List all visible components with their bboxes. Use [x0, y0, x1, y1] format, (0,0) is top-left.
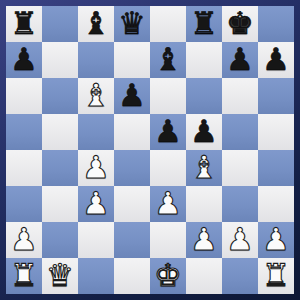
square-b4[interactable]: [42, 150, 78, 186]
square-f1[interactable]: [186, 258, 222, 294]
square-a2[interactable]: ♟: [6, 222, 42, 258]
piece-white-pawn: ♟: [190, 222, 218, 257]
piece-black-pawn: ♟: [118, 78, 146, 113]
piece-white-queen: ♛: [46, 258, 74, 293]
square-a5[interactable]: [6, 114, 42, 150]
square-a6[interactable]: [6, 78, 42, 114]
square-g3[interactable]: [222, 186, 258, 222]
square-d6[interactable]: ♟: [114, 78, 150, 114]
square-g5[interactable]: [222, 114, 258, 150]
square-e3[interactable]: ♟: [150, 186, 186, 222]
square-f3[interactable]: [186, 186, 222, 222]
square-b8[interactable]: [42, 6, 78, 42]
square-d2[interactable]: [114, 222, 150, 258]
square-d1[interactable]: [114, 258, 150, 294]
piece-black-pawn: ♟: [154, 114, 182, 149]
square-b5[interactable]: [42, 114, 78, 150]
piece-black-pawn: ♟: [226, 42, 254, 77]
piece-white-pawn: ♟: [154, 186, 182, 221]
square-c1[interactable]: [78, 258, 114, 294]
square-a3[interactable]: [6, 186, 42, 222]
square-h8[interactable]: [258, 6, 294, 42]
square-h2[interactable]: ♟: [258, 222, 294, 258]
square-b6[interactable]: [42, 78, 78, 114]
square-a7[interactable]: ♟: [6, 42, 42, 78]
board-frame: ♜♝♛♜♚♟♝♟♟♝♟♟♟♟♝♟♟♟♟♟♟♜♛♚♜: [0, 0, 300, 300]
square-h1[interactable]: ♜: [258, 258, 294, 294]
square-g6[interactable]: [222, 78, 258, 114]
square-c7[interactable]: [78, 42, 114, 78]
square-c3[interactable]: ♟: [78, 186, 114, 222]
square-g1[interactable]: [222, 258, 258, 294]
piece-white-rook: ♜: [10, 258, 38, 293]
square-h3[interactable]: [258, 186, 294, 222]
square-e5[interactable]: ♟: [150, 114, 186, 150]
square-c2[interactable]: [78, 222, 114, 258]
square-h4[interactable]: [258, 150, 294, 186]
square-h6[interactable]: [258, 78, 294, 114]
square-g2[interactable]: ♟: [222, 222, 258, 258]
square-d8[interactable]: ♛: [114, 6, 150, 42]
square-h5[interactable]: [258, 114, 294, 150]
piece-black-bishop: ♝: [154, 42, 182, 77]
square-c5[interactable]: [78, 114, 114, 150]
square-e6[interactable]: [150, 78, 186, 114]
square-c4[interactable]: ♟: [78, 150, 114, 186]
square-f7[interactable]: [186, 42, 222, 78]
square-f5[interactable]: ♟: [186, 114, 222, 150]
square-c6[interactable]: ♝: [78, 78, 114, 114]
square-d4[interactable]: [114, 150, 150, 186]
piece-white-bishop: ♝: [82, 78, 110, 113]
piece-white-pawn: ♟: [226, 222, 254, 257]
square-c8[interactable]: ♝: [78, 6, 114, 42]
piece-black-rook: ♜: [190, 6, 218, 41]
square-e2[interactable]: [150, 222, 186, 258]
square-d5[interactable]: [114, 114, 150, 150]
piece-white-pawn: ♟: [82, 186, 110, 221]
square-g7[interactable]: ♟: [222, 42, 258, 78]
square-b1[interactable]: ♛: [42, 258, 78, 294]
square-h7[interactable]: ♟: [258, 42, 294, 78]
square-e8[interactable]: [150, 6, 186, 42]
square-b3[interactable]: [42, 186, 78, 222]
square-a8[interactable]: ♜: [6, 6, 42, 42]
piece-white-rook: ♜: [262, 258, 290, 293]
square-e1[interactable]: ♚: [150, 258, 186, 294]
square-g8[interactable]: ♚: [222, 6, 258, 42]
square-d7[interactable]: [114, 42, 150, 78]
chess-board: ♜♝♛♜♚♟♝♟♟♝♟♟♟♟♝♟♟♟♟♟♟♜♛♚♜: [6, 6, 294, 294]
piece-white-king: ♚: [154, 258, 182, 293]
piece-black-pawn: ♟: [262, 42, 290, 77]
square-g4[interactable]: [222, 150, 258, 186]
piece-black-queen: ♛: [118, 6, 146, 41]
piece-black-pawn: ♟: [10, 42, 38, 77]
piece-black-rook: ♜: [10, 6, 38, 41]
square-a4[interactable]: [6, 150, 42, 186]
square-d3[interactable]: [114, 186, 150, 222]
square-b7[interactable]: [42, 42, 78, 78]
piece-black-pawn: ♟: [190, 114, 218, 149]
piece-white-pawn: ♟: [262, 222, 290, 257]
piece-white-bishop: ♝: [190, 150, 218, 185]
square-f2[interactable]: ♟: [186, 222, 222, 258]
square-f4[interactable]: ♝: [186, 150, 222, 186]
square-e7[interactable]: ♝: [150, 42, 186, 78]
square-e4[interactable]: [150, 150, 186, 186]
square-f8[interactable]: ♜: [186, 6, 222, 42]
square-a1[interactable]: ♜: [6, 258, 42, 294]
piece-white-pawn: ♟: [82, 150, 110, 185]
piece-white-pawn: ♟: [10, 222, 38, 257]
square-f6[interactable]: [186, 78, 222, 114]
piece-black-bishop: ♝: [82, 6, 110, 41]
piece-black-king: ♚: [226, 6, 254, 41]
square-b2[interactable]: [42, 222, 78, 258]
